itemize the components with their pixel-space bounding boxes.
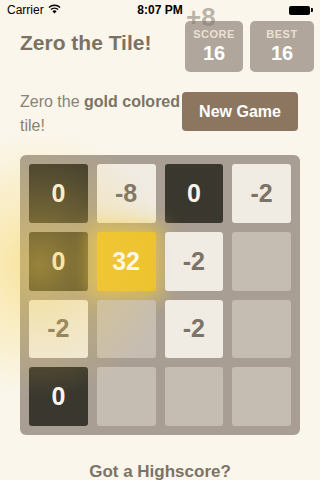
- page-title: Zero the Tile!: [20, 31, 151, 55]
- empty-cell-r4c2: [97, 367, 156, 426]
- score-value: 16: [203, 42, 225, 65]
- empty-cell-r3c2: [97, 300, 156, 359]
- empty-cell-r4c4: [232, 367, 291, 426]
- empty-cell-r4c3: [165, 367, 224, 426]
- clock: 8:07 PM: [0, 3, 320, 17]
- tile-r1c3: 0: [165, 164, 224, 223]
- best-value: 16: [271, 42, 293, 65]
- instruction-text: Zero the gold colored tile!: [20, 90, 182, 138]
- tile-r2c1: 0: [29, 232, 88, 291]
- empty-cell-r3c4: [232, 300, 291, 359]
- battery-icon: [289, 6, 313, 15]
- tile-r3c1: -2: [29, 300, 88, 359]
- empty-cell-r2c4: [232, 232, 291, 291]
- tile-r4c1: 0: [29, 367, 88, 426]
- tile-r1c2: -8: [97, 164, 156, 223]
- best-label: BEST: [266, 28, 297, 41]
- tile-r2c2: 32: [97, 232, 156, 291]
- tile-r3c3: -2: [165, 300, 224, 359]
- best-box: BEST 16: [250, 21, 314, 72]
- new-game-button[interactable]: New Game: [182, 92, 298, 131]
- score-delta-animation: +8: [186, 2, 216, 33]
- tile-r1c1: 0: [29, 164, 88, 223]
- instruction-highlight: gold colored: [84, 93, 180, 110]
- game-board[interactable]: 0-80-2032-2-2-20: [20, 155, 300, 435]
- status-bar: Carrier 8:07 PM: [0, 0, 320, 20]
- highscore-link[interactable]: Got a Highscore?: [0, 462, 320, 480]
- tile-r2c3: -2: [165, 232, 224, 291]
- tile-r1c4: -2: [232, 164, 291, 223]
